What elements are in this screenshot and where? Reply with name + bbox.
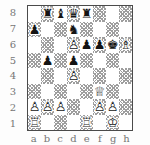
square-b2[interactable]: ♟♙	[41, 99, 54, 115]
rank-label-2: 2	[0, 100, 21, 116]
white-pawn-g2: ♟♙	[107, 100, 119, 113]
square-g3[interactable]	[106, 84, 119, 100]
square-a8[interactable]	[28, 6, 41, 22]
black-pawn-a7: ♟♟	[29, 23, 41, 36]
square-d3[interactable]	[67, 84, 80, 100]
square-g6[interactable]: ♚♚	[106, 37, 119, 53]
square-g1[interactable]: ♚♔	[106, 115, 119, 131]
rank-label-7: 7	[0, 21, 21, 37]
file-labels: abcdefgh	[27, 133, 133, 144]
file-label-b: b	[40, 133, 53, 144]
file-label-f: f	[93, 133, 106, 144]
square-f4[interactable]	[93, 68, 106, 84]
square-d5[interactable]: ♟♟	[67, 53, 80, 69]
square-e2[interactable]	[80, 99, 93, 115]
white-pawn-c2: ♟♙	[55, 100, 67, 113]
square-e7[interactable]	[80, 22, 93, 38]
black-pawn-d5: ♟♟	[68, 54, 80, 67]
square-c5[interactable]	[54, 53, 67, 69]
square-c3[interactable]	[54, 84, 67, 100]
square-a6[interactable]	[28, 37, 41, 53]
square-b3[interactable]	[41, 84, 54, 100]
square-d7[interactable]: ♞♞	[67, 22, 80, 38]
square-f5[interactable]	[93, 53, 106, 69]
file-label-a: a	[27, 133, 40, 144]
white-pawn-a2: ♟♙	[29, 100, 41, 113]
file-label-h: h	[120, 133, 133, 144]
square-b8[interactable]: ♜♜	[41, 6, 54, 22]
square-a5[interactable]	[28, 53, 41, 69]
square-f7[interactable]	[93, 22, 106, 38]
white-rook-a1: ♜♖	[29, 116, 41, 129]
square-c2[interactable]: ♟♙	[54, 99, 67, 115]
white-queen-f3: ♛♕	[94, 85, 106, 98]
square-e5[interactable]	[80, 53, 93, 69]
square-g2[interactable]: ♟♙	[106, 99, 119, 115]
square-b7[interactable]	[41, 22, 54, 38]
square-f2[interactable]: ♟♙	[93, 99, 106, 115]
square-c7[interactable]	[54, 22, 67, 38]
black-knight-d7: ♞♞	[68, 23, 80, 36]
square-h6[interactable]: ♝♗	[119, 37, 132, 53]
black-bishop-c8: ♝♝	[55, 7, 67, 20]
rank-label-1: 1	[0, 115, 21, 131]
rank-label-8: 8	[0, 5, 21, 21]
file-label-c: c	[54, 133, 67, 144]
square-b6[interactable]	[41, 37, 54, 53]
square-a4[interactable]	[28, 68, 41, 84]
square-b4[interactable]	[41, 68, 54, 84]
square-e8[interactable]: ♜♜	[80, 6, 93, 22]
white-pawn-d4: ♟♙	[68, 69, 80, 82]
black-queen-d8: ♛♛	[68, 7, 80, 20]
square-h2[interactable]	[119, 99, 132, 115]
file-label-d: d	[67, 133, 80, 144]
white-pawn-d6: ♟♙	[68, 38, 80, 51]
square-c6[interactable]	[54, 37, 67, 53]
square-c8[interactable]: ♝♝	[54, 6, 67, 22]
file-label-g: g	[107, 133, 120, 144]
black-pawn-b5: ♟♟	[42, 54, 54, 67]
square-a3[interactable]	[28, 84, 41, 100]
square-e6[interactable]: ♟♟	[80, 37, 93, 53]
rank-label-6: 6	[0, 37, 21, 53]
white-pawn-b2: ♟♙	[42, 100, 54, 113]
square-f8[interactable]	[93, 6, 106, 22]
square-c1[interactable]	[54, 115, 67, 131]
rank-label-3: 3	[0, 84, 21, 100]
square-g4[interactable]	[106, 68, 119, 84]
rank-label-4: 4	[0, 68, 21, 84]
chess-diagram: 87654321 ♜♜♝♝♛♛♜♜♟♟♞♞♟♙♟♟♟♟♚♚♝♗♟♟♟♟♟♙♛♕♟…	[0, 0, 150, 145]
square-a1[interactable]: ♜♖	[28, 115, 41, 131]
square-g7[interactable]	[106, 22, 119, 38]
black-rook-e8: ♜♜	[81, 7, 93, 20]
black-pawn-f6: ♟♟	[94, 38, 106, 51]
square-h8[interactable]	[119, 6, 132, 22]
square-d2[interactable]	[67, 99, 80, 115]
white-pawn-f2: ♟♙	[94, 100, 106, 113]
black-pawn-e6: ♟♟	[81, 38, 93, 51]
square-f6[interactable]: ♟♟	[93, 37, 106, 53]
square-h1[interactable]	[119, 115, 132, 131]
square-f3[interactable]: ♛♕	[93, 84, 106, 100]
square-b5[interactable]: ♟♟	[41, 53, 54, 69]
file-label-e: e	[80, 133, 93, 144]
square-g5[interactable]	[106, 53, 119, 69]
chess-board: ♜♜♝♝♛♛♜♜♟♟♞♞♟♙♟♟♟♟♚♚♝♗♟♟♟♟♟♙♛♕♟♙♟♙♟♙♟♙♟♙…	[27, 5, 133, 131]
square-h7[interactable]	[119, 22, 132, 38]
white-king-g1: ♚♔	[107, 116, 119, 129]
rank-label-5: 5	[0, 52, 21, 68]
square-d6[interactable]: ♟♙	[67, 37, 80, 53]
square-f1[interactable]	[93, 115, 106, 131]
white-bishop-h6: ♝♗	[120, 38, 132, 51]
black-king-g6: ♚♚	[107, 38, 119, 51]
square-d4[interactable]: ♟♙	[67, 68, 80, 84]
white-rook-e1: ♜♖	[81, 116, 93, 129]
black-rook-b8: ♜♜	[42, 7, 54, 20]
square-h5[interactable]	[119, 53, 132, 69]
square-e3[interactable]	[80, 84, 93, 100]
rank-labels: 87654321	[0, 5, 21, 131]
square-a2[interactable]: ♟♙	[28, 99, 41, 115]
square-d1[interactable]	[67, 115, 80, 131]
square-a7[interactable]: ♟♟	[28, 22, 41, 38]
square-b1[interactable]	[41, 115, 54, 131]
square-g8[interactable]	[106, 6, 119, 22]
square-d8[interactable]: ♛♛	[67, 6, 80, 22]
square-h4[interactable]	[119, 68, 132, 84]
square-e4[interactable]	[80, 68, 93, 84]
square-h3[interactable]	[119, 84, 132, 100]
square-e1[interactable]: ♜♖	[80, 115, 93, 131]
square-c4[interactable]	[54, 68, 67, 84]
